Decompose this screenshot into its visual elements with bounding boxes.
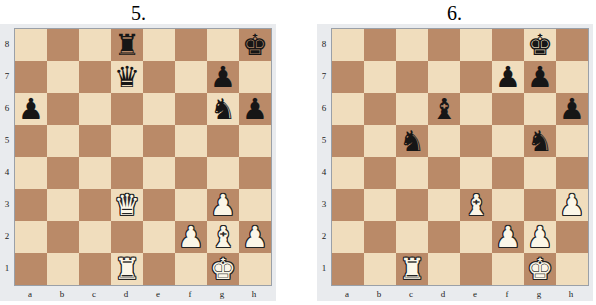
square-c7	[79, 61, 111, 93]
piece-black-pawn: ♟	[242, 95, 268, 124]
square-h8	[556, 29, 588, 61]
square-d1	[428, 253, 460, 285]
piece-white-pawn: ♟	[559, 191, 585, 220]
file-label-e: e	[459, 286, 491, 301]
square-b2	[47, 221, 79, 253]
file-label-g: g	[523, 286, 555, 301]
square-e3: ♝	[460, 189, 492, 221]
rank-label-6: 6	[0, 92, 14, 124]
square-h2	[556, 221, 588, 253]
piece-white-queen: ♛	[114, 191, 140, 220]
square-f7: ♟	[492, 61, 524, 93]
square-g4	[207, 157, 239, 189]
rank-label-7: 7	[0, 60, 14, 92]
square-b6	[47, 93, 79, 125]
file-labels: abcdefgh	[14, 286, 272, 301]
square-d3: ♛	[111, 189, 143, 221]
square-c4	[79, 157, 111, 189]
rank-label-7: 7	[317, 60, 331, 92]
square-a8	[332, 29, 364, 61]
file-label-f: f	[174, 286, 206, 301]
rank-label-4: 4	[317, 156, 331, 188]
square-h3: ♟	[556, 189, 588, 221]
file-label-b: b	[363, 286, 395, 301]
square-f7	[175, 61, 207, 93]
square-d7: ♛	[111, 61, 143, 93]
square-f2: ♟	[492, 221, 524, 253]
square-g8	[207, 29, 239, 61]
square-b5	[364, 125, 396, 157]
file-label-c: c	[78, 286, 110, 301]
square-f4	[175, 157, 207, 189]
square-c6	[396, 93, 428, 125]
square-h6: ♟	[239, 93, 271, 125]
square-c4	[396, 157, 428, 189]
square-g8: ♚	[524, 29, 556, 61]
square-g6	[524, 93, 556, 125]
square-f1	[492, 253, 524, 285]
chess-board-5: ♜♚♛♟♟♞♟♛♟♟♝♟♜♚	[14, 28, 272, 286]
square-b7	[47, 61, 79, 93]
square-h3	[239, 189, 271, 221]
square-a5	[15, 125, 47, 157]
square-d5	[428, 125, 460, 157]
rank-labels: 87654321	[0, 28, 14, 286]
file-label-g: g	[206, 286, 238, 301]
piece-white-rook: ♜	[114, 255, 140, 284]
file-label-a: a	[14, 286, 46, 301]
square-b1	[47, 253, 79, 285]
square-d3	[428, 189, 460, 221]
file-label-e: e	[142, 286, 174, 301]
square-e5	[460, 125, 492, 157]
square-b3	[47, 189, 79, 221]
square-a3	[332, 189, 364, 221]
rank-label-1: 1	[0, 252, 14, 284]
square-g7: ♟	[524, 61, 556, 93]
square-h5	[239, 125, 271, 157]
diagram-6-board-frame: 87654321 ♚♟♟♝♟♞♞♝♟♟♟♜♚ abcdefgh	[317, 24, 593, 301]
square-g2: ♝	[207, 221, 239, 253]
square-d1: ♜	[111, 253, 143, 285]
square-f8	[175, 29, 207, 61]
square-f4	[492, 157, 524, 189]
square-e7	[460, 61, 492, 93]
square-d6	[111, 93, 143, 125]
square-c2	[79, 221, 111, 253]
square-g4	[524, 157, 556, 189]
square-h6: ♟	[556, 93, 588, 125]
rank-labels: 87654321	[317, 28, 331, 286]
square-c3	[396, 189, 428, 221]
square-c6	[79, 93, 111, 125]
square-c2	[396, 221, 428, 253]
square-e6	[460, 93, 492, 125]
square-g5: ♞	[524, 125, 556, 157]
diagram-5-board-frame: 87654321 ♜♚♛♟♟♞♟♛♟♟♝♟♜♚ abcdefgh	[0, 24, 276, 301]
piece-white-rook: ♜	[399, 255, 425, 284]
square-d6: ♝	[428, 93, 460, 125]
square-e2	[143, 221, 175, 253]
square-a4	[332, 157, 364, 189]
file-label-f: f	[491, 286, 523, 301]
square-h7	[556, 61, 588, 93]
square-b6	[364, 93, 396, 125]
square-b4	[47, 157, 79, 189]
square-e8	[460, 29, 492, 61]
piece-white-pawn: ♟	[242, 223, 268, 252]
square-e1	[143, 253, 175, 285]
square-f5	[175, 125, 207, 157]
square-h4	[556, 157, 588, 189]
square-g1: ♚	[207, 253, 239, 285]
square-g2: ♟	[524, 221, 556, 253]
piece-black-pawn: ♟	[527, 63, 553, 92]
square-f6	[492, 93, 524, 125]
square-f2: ♟	[175, 221, 207, 253]
square-a3	[15, 189, 47, 221]
square-c7	[396, 61, 428, 93]
diagram-6-number: 6.	[316, 2, 593, 24]
piece-black-king: ♚	[242, 31, 268, 60]
rank-label-8: 8	[317, 28, 331, 60]
square-h2: ♟	[239, 221, 271, 253]
square-c8	[79, 29, 111, 61]
piece-black-pawn: ♟	[210, 63, 236, 92]
rank-label-3: 3	[0, 188, 14, 220]
square-g3	[524, 189, 556, 221]
square-a8	[15, 29, 47, 61]
square-c8	[396, 29, 428, 61]
square-b8	[364, 29, 396, 61]
square-d4	[111, 157, 143, 189]
square-b4	[364, 157, 396, 189]
square-a2	[15, 221, 47, 253]
square-e2	[460, 221, 492, 253]
square-a6: ♟	[15, 93, 47, 125]
piece-white-pawn: ♟	[495, 223, 521, 252]
square-f3	[492, 189, 524, 221]
square-h4	[239, 157, 271, 189]
square-h7	[239, 61, 271, 93]
square-f8	[492, 29, 524, 61]
diagram-6-panel: 6. 87654321 ♚♟♟♝♟♞♞♝♟♟♟♜♚ abcdefgh	[298, 2, 596, 301]
piece-black-pawn: ♟	[559, 95, 585, 124]
file-label-b: b	[46, 286, 78, 301]
piece-black-pawn: ♟	[18, 95, 44, 124]
piece-white-king: ♚	[527, 255, 553, 284]
square-a1	[15, 253, 47, 285]
rank-label-4: 4	[0, 156, 14, 188]
file-label-d: d	[110, 286, 142, 301]
file-label-h: h	[238, 286, 270, 301]
square-e5	[143, 125, 175, 157]
piece-black-rook: ♜	[114, 31, 140, 60]
rank-label-5: 5	[317, 124, 331, 156]
square-h8: ♚	[239, 29, 271, 61]
square-f5	[492, 125, 524, 157]
piece-white-pawn: ♟	[178, 223, 204, 252]
square-a7	[15, 61, 47, 93]
square-a7	[332, 61, 364, 93]
square-c5	[79, 125, 111, 157]
square-d5	[111, 125, 143, 157]
square-h1	[556, 253, 588, 285]
square-d4	[428, 157, 460, 189]
square-f3	[175, 189, 207, 221]
piece-black-knight: ♞	[527, 127, 553, 156]
square-d8	[428, 29, 460, 61]
square-f6	[175, 93, 207, 125]
piece-black-knight: ♞	[399, 127, 425, 156]
file-label-d: d	[427, 286, 459, 301]
square-d2	[428, 221, 460, 253]
square-g3: ♟	[207, 189, 239, 221]
square-a6	[332, 93, 364, 125]
square-g5	[207, 125, 239, 157]
piece-white-bishop: ♝	[463, 191, 489, 220]
square-h5	[556, 125, 588, 157]
rank-label-8: 8	[0, 28, 14, 60]
square-a1	[332, 253, 364, 285]
piece-black-knight: ♞	[210, 95, 236, 124]
file-label-h: h	[555, 286, 587, 301]
square-c3	[79, 189, 111, 221]
square-e3	[143, 189, 175, 221]
square-e7	[143, 61, 175, 93]
square-c1	[79, 253, 111, 285]
piece-black-bishop: ♝	[431, 95, 457, 124]
piece-white-bishop: ♝	[210, 223, 236, 252]
square-b8	[47, 29, 79, 61]
chess-board-6: ♚♟♟♝♟♞♞♝♟♟♟♜♚	[331, 28, 589, 286]
piece-white-pawn: ♟	[527, 223, 553, 252]
square-f1	[175, 253, 207, 285]
piece-white-pawn: ♟	[210, 191, 236, 220]
piece-black-queen: ♛	[114, 63, 140, 92]
piece-black-king: ♚	[527, 31, 553, 60]
square-b7	[364, 61, 396, 93]
diagram-5-number: 5.	[0, 2, 277, 24]
square-e6	[143, 93, 175, 125]
square-c1: ♜	[396, 253, 428, 285]
rank-label-5: 5	[0, 124, 14, 156]
square-e1	[460, 253, 492, 285]
diagram-5-panel: 5. 87654321 ♜♚♛♟♟♞♟♛♟♟♝♟♜♚ abcdefgh	[0, 2, 298, 301]
square-a4	[15, 157, 47, 189]
square-d7	[428, 61, 460, 93]
square-c5: ♞	[396, 125, 428, 157]
square-b5	[47, 125, 79, 157]
square-g6: ♞	[207, 93, 239, 125]
square-e4	[460, 157, 492, 189]
square-b2	[364, 221, 396, 253]
rank-label-2: 2	[317, 220, 331, 252]
square-a5	[332, 125, 364, 157]
rank-label-1: 1	[317, 252, 331, 284]
square-b1	[364, 253, 396, 285]
file-labels: abcdefgh	[331, 286, 589, 301]
rank-label-3: 3	[317, 188, 331, 220]
square-g7: ♟	[207, 61, 239, 93]
page: 5. 87654321 ♜♚♛♟♟♞♟♛♟♟♝♟♜♚ abcdefgh 6. 8…	[0, 0, 596, 301]
piece-white-king: ♚	[210, 255, 236, 284]
file-label-c: c	[395, 286, 427, 301]
square-d8: ♜	[111, 29, 143, 61]
square-a2	[332, 221, 364, 253]
square-g1: ♚	[524, 253, 556, 285]
square-e8	[143, 29, 175, 61]
square-e4	[143, 157, 175, 189]
square-d2	[111, 221, 143, 253]
square-h1	[239, 253, 271, 285]
piece-black-pawn: ♟	[495, 63, 521, 92]
square-b3	[364, 189, 396, 221]
rank-label-6: 6	[317, 92, 331, 124]
file-label-a: a	[331, 286, 363, 301]
rank-label-2: 2	[0, 220, 14, 252]
